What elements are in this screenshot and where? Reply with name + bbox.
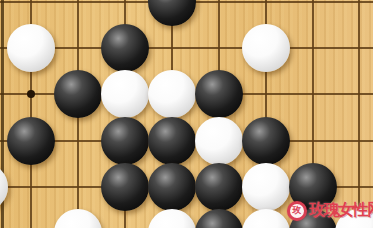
black-stone	[101, 117, 149, 165]
black-stone	[148, 163, 196, 211]
black-stone	[195, 163, 243, 211]
black-stone	[54, 70, 102, 118]
watermark-text: 玫瑰女性网	[309, 200, 373, 221]
grid-line-vertical	[358, 0, 360, 228]
black-stone	[195, 70, 243, 118]
black-stone	[242, 117, 290, 165]
watermark-logo-icon: 玫	[287, 201, 307, 221]
black-stone	[101, 163, 149, 211]
black-stone	[7, 117, 55, 165]
white-stone	[101, 70, 149, 118]
black-stone	[148, 117, 196, 165]
go-board-screenshot: 玫 玫瑰女性网	[0, 0, 373, 228]
white-stone	[148, 70, 196, 118]
white-stone	[7, 24, 55, 72]
star-point	[27, 90, 35, 98]
grid-line-horizontal	[0, 47, 373, 49]
white-stone	[195, 117, 243, 165]
watermark: 玫 玫瑰女性网	[287, 200, 373, 221]
white-stone	[242, 163, 290, 211]
white-stone	[242, 24, 290, 72]
black-stone	[101, 24, 149, 72]
